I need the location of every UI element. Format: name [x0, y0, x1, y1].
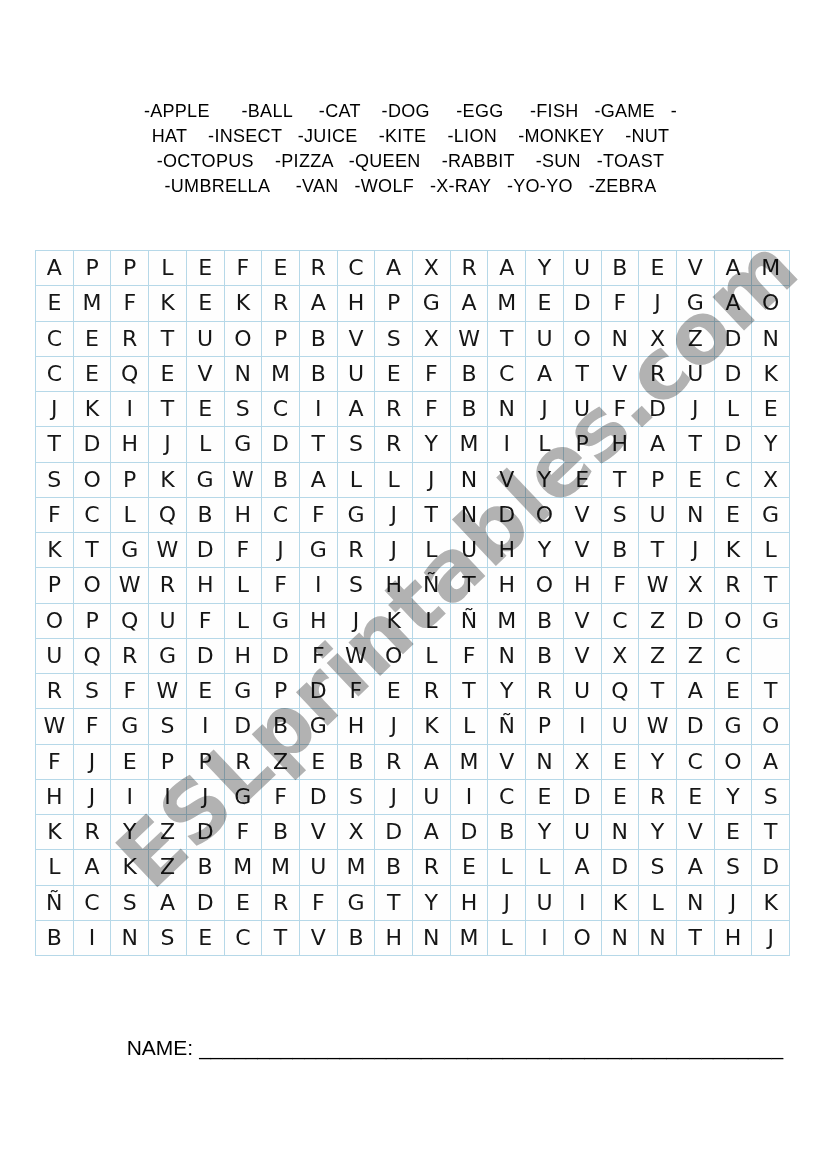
- grid-cell[interactable]: T: [149, 392, 186, 426]
- grid-cell[interactable]: U: [300, 850, 337, 884]
- grid-cell[interactable]: G: [187, 463, 224, 497]
- grid-cell[interactable]: G: [111, 709, 148, 743]
- grid-cell[interactable]: U: [564, 674, 601, 708]
- grid-cell[interactable]: Y: [715, 780, 752, 814]
- grid-cell[interactable]: C: [488, 357, 525, 391]
- grid-cell[interactable]: E: [36, 286, 73, 320]
- grid-cell[interactable]: L: [715, 392, 752, 426]
- grid-cell[interactable]: T: [677, 921, 714, 955]
- grid-cell[interactable]: G: [338, 498, 375, 532]
- grid-cell[interactable]: U: [413, 780, 450, 814]
- grid-cell[interactable]: P: [74, 604, 111, 638]
- grid-cell[interactable]: F: [602, 392, 639, 426]
- grid-cell[interactable]: Q: [111, 604, 148, 638]
- grid-cell[interactable]: N: [225, 357, 262, 391]
- grid-cell[interactable]: E: [149, 357, 186, 391]
- grid-cell[interactable]: D: [187, 886, 224, 920]
- grid-cell[interactable]: P: [262, 322, 299, 356]
- grid-cell[interactable]: Y: [488, 674, 525, 708]
- grid-cell[interactable]: B: [338, 921, 375, 955]
- grid-cell[interactable]: R: [74, 815, 111, 849]
- grid-cell[interactable]: G: [111, 533, 148, 567]
- grid-cell[interactable]: I: [451, 780, 488, 814]
- grid-cell[interactable]: W: [149, 674, 186, 708]
- grid-cell[interactable]: K: [602, 886, 639, 920]
- grid-cell[interactable]: V: [677, 815, 714, 849]
- grid-cell[interactable]: I: [488, 427, 525, 461]
- grid-cell[interactable]: N: [752, 322, 789, 356]
- grid-cell[interactable]: M: [225, 850, 262, 884]
- grid-cell[interactable]: H: [111, 427, 148, 461]
- grid-cell[interactable]: [752, 639, 789, 673]
- grid-cell[interactable]: E: [187, 251, 224, 285]
- grid-cell[interactable]: S: [752, 780, 789, 814]
- grid-cell[interactable]: J: [375, 780, 412, 814]
- grid-cell[interactable]: B: [526, 639, 563, 673]
- grid-cell[interactable]: I: [564, 886, 601, 920]
- grid-cell[interactable]: L: [488, 850, 525, 884]
- grid-cell[interactable]: H: [36, 780, 73, 814]
- grid-cell[interactable]: N: [602, 921, 639, 955]
- grid-cell[interactable]: D: [715, 427, 752, 461]
- grid-cell[interactable]: X: [413, 322, 450, 356]
- grid-cell[interactable]: O: [564, 921, 601, 955]
- grid-cell[interactable]: H: [300, 604, 337, 638]
- grid-cell[interactable]: V: [338, 322, 375, 356]
- grid-cell[interactable]: L: [36, 850, 73, 884]
- grid-cell[interactable]: J: [149, 427, 186, 461]
- grid-cell[interactable]: V: [564, 639, 601, 673]
- grid-cell[interactable]: G: [413, 286, 450, 320]
- grid-cell[interactable]: N: [677, 498, 714, 532]
- grid-cell[interactable]: S: [149, 709, 186, 743]
- grid-cell[interactable]: E: [187, 392, 224, 426]
- grid-cell[interactable]: A: [677, 674, 714, 708]
- grid-cell[interactable]: Z: [149, 850, 186, 884]
- grid-cell[interactable]: M: [74, 286, 111, 320]
- grid-cell[interactable]: F: [111, 674, 148, 708]
- grid-cell[interactable]: F: [262, 780, 299, 814]
- grid-cell[interactable]: Q: [149, 498, 186, 532]
- grid-cell[interactable]: U: [451, 533, 488, 567]
- grid-cell[interactable]: V: [564, 498, 601, 532]
- grid-cell[interactable]: A: [74, 850, 111, 884]
- grid-cell[interactable]: J: [375, 533, 412, 567]
- grid-cell[interactable]: D: [451, 815, 488, 849]
- grid-cell[interactable]: P: [36, 568, 73, 602]
- grid-cell[interactable]: F: [36, 745, 73, 779]
- grid-cell[interactable]: A: [149, 886, 186, 920]
- grid-cell[interactable]: N: [111, 921, 148, 955]
- grid-cell[interactable]: B: [488, 815, 525, 849]
- grid-cell[interactable]: T: [74, 533, 111, 567]
- grid-cell[interactable]: R: [111, 639, 148, 673]
- grid-cell[interactable]: C: [74, 886, 111, 920]
- grid-cell[interactable]: Z: [149, 815, 186, 849]
- grid-cell[interactable]: C: [262, 498, 299, 532]
- grid-cell[interactable]: B: [36, 921, 73, 955]
- grid-cell[interactable]: A: [451, 286, 488, 320]
- grid-cell[interactable]: Ñ: [36, 886, 73, 920]
- grid-cell[interactable]: M: [451, 745, 488, 779]
- grid-cell[interactable]: J: [639, 286, 676, 320]
- grid-cell[interactable]: D: [187, 639, 224, 673]
- grid-cell[interactable]: S: [149, 921, 186, 955]
- grid-cell[interactable]: O: [752, 709, 789, 743]
- grid-cell[interactable]: F: [74, 709, 111, 743]
- grid-cell[interactable]: H: [564, 568, 601, 602]
- grid-cell[interactable]: L: [526, 427, 563, 461]
- grid-cell[interactable]: Z: [677, 322, 714, 356]
- grid-cell[interactable]: W: [111, 568, 148, 602]
- grid-cell[interactable]: G: [149, 639, 186, 673]
- grid-cell[interactable]: P: [262, 674, 299, 708]
- grid-cell[interactable]: B: [262, 709, 299, 743]
- grid-cell[interactable]: U: [677, 357, 714, 391]
- grid-cell[interactable]: Z: [639, 639, 676, 673]
- grid-cell[interactable]: N: [451, 463, 488, 497]
- grid-cell[interactable]: W: [639, 709, 676, 743]
- grid-cell[interactable]: W: [451, 322, 488, 356]
- grid-cell[interactable]: I: [187, 709, 224, 743]
- grid-cell[interactable]: G: [677, 286, 714, 320]
- grid-cell[interactable]: U: [36, 639, 73, 673]
- grid-cell[interactable]: J: [715, 886, 752, 920]
- grid-cell[interactable]: F: [187, 604, 224, 638]
- grid-cell[interactable]: Y: [526, 463, 563, 497]
- grid-cell[interactable]: N: [677, 886, 714, 920]
- grid-cell[interactable]: H: [488, 568, 525, 602]
- grid-cell[interactable]: L: [111, 498, 148, 532]
- grid-cell[interactable]: E: [187, 674, 224, 708]
- grid-cell[interactable]: V: [300, 815, 337, 849]
- grid-cell[interactable]: C: [715, 463, 752, 497]
- grid-cell[interactable]: U: [526, 322, 563, 356]
- grid-cell[interactable]: E: [187, 286, 224, 320]
- grid-cell[interactable]: F: [451, 639, 488, 673]
- grid-cell[interactable]: I: [526, 921, 563, 955]
- grid-cell[interactable]: S: [74, 674, 111, 708]
- grid-cell[interactable]: E: [187, 921, 224, 955]
- grid-cell[interactable]: Y: [639, 745, 676, 779]
- grid-cell[interactable]: D: [639, 392, 676, 426]
- grid-cell[interactable]: J: [74, 780, 111, 814]
- grid-cell[interactable]: I: [149, 780, 186, 814]
- grid-cell[interactable]: R: [451, 251, 488, 285]
- grid-cell[interactable]: B: [300, 357, 337, 391]
- grid-cell[interactable]: B: [338, 745, 375, 779]
- grid-cell[interactable]: K: [149, 286, 186, 320]
- grid-cell[interactable]: E: [602, 780, 639, 814]
- grid-cell[interactable]: I: [300, 568, 337, 602]
- grid-cell[interactable]: C: [715, 639, 752, 673]
- grid-cell[interactable]: D: [715, 357, 752, 391]
- grid-cell[interactable]: O: [225, 322, 262, 356]
- grid-cell[interactable]: I: [111, 392, 148, 426]
- grid-cell[interactable]: H: [375, 921, 412, 955]
- grid-cell[interactable]: Y: [413, 886, 450, 920]
- grid-cell[interactable]: R: [338, 533, 375, 567]
- grid-cell[interactable]: L: [526, 850, 563, 884]
- grid-cell[interactable]: L: [752, 533, 789, 567]
- grid-cell[interactable]: A: [300, 463, 337, 497]
- grid-cell[interactable]: Z: [639, 604, 676, 638]
- grid-cell[interactable]: E: [300, 745, 337, 779]
- grid-cell[interactable]: J: [677, 533, 714, 567]
- grid-cell[interactable]: J: [413, 463, 450, 497]
- grid-cell[interactable]: O: [74, 568, 111, 602]
- grid-cell[interactable]: F: [602, 286, 639, 320]
- grid-cell[interactable]: F: [225, 815, 262, 849]
- grid-cell[interactable]: O: [375, 639, 412, 673]
- grid-cell[interactable]: D: [752, 850, 789, 884]
- grid-cell[interactable]: H: [715, 921, 752, 955]
- grid-cell[interactable]: E: [715, 815, 752, 849]
- grid-cell[interactable]: K: [715, 533, 752, 567]
- grid-cell[interactable]: E: [526, 286, 563, 320]
- grid-cell[interactable]: L: [451, 709, 488, 743]
- grid-cell[interactable]: R: [413, 850, 450, 884]
- grid-cell[interactable]: I: [300, 392, 337, 426]
- grid-cell[interactable]: K: [413, 709, 450, 743]
- grid-cell[interactable]: F: [300, 639, 337, 673]
- grid-cell[interactable]: Y: [752, 427, 789, 461]
- grid-cell[interactable]: F: [413, 357, 450, 391]
- grid-cell[interactable]: A: [36, 251, 73, 285]
- grid-cell[interactable]: C: [338, 251, 375, 285]
- grid-cell[interactable]: E: [111, 745, 148, 779]
- grid-cell[interactable]: F: [225, 533, 262, 567]
- grid-cell[interactable]: T: [752, 568, 789, 602]
- grid-cell[interactable]: E: [451, 850, 488, 884]
- grid-cell[interactable]: U: [187, 322, 224, 356]
- grid-cell[interactable]: E: [677, 780, 714, 814]
- grid-cell[interactable]: G: [752, 498, 789, 532]
- grid-cell[interactable]: D: [715, 322, 752, 356]
- grid-cell[interactable]: R: [413, 674, 450, 708]
- grid-cell[interactable]: S: [225, 392, 262, 426]
- grid-cell[interactable]: V: [488, 745, 525, 779]
- grid-cell[interactable]: J: [526, 392, 563, 426]
- grid-cell[interactable]: F: [262, 568, 299, 602]
- grid-cell[interactable]: M: [451, 921, 488, 955]
- grid-cell[interactable]: A: [564, 850, 601, 884]
- grid-cell[interactable]: F: [300, 498, 337, 532]
- grid-cell[interactable]: U: [149, 604, 186, 638]
- grid-cell[interactable]: K: [36, 533, 73, 567]
- grid-cell[interactable]: R: [375, 427, 412, 461]
- grid-cell[interactable]: D: [564, 780, 601, 814]
- grid-cell[interactable]: W: [149, 533, 186, 567]
- grid-cell[interactable]: D: [187, 815, 224, 849]
- grid-cell[interactable]: K: [375, 604, 412, 638]
- grid-cell[interactable]: S: [715, 850, 752, 884]
- grid-cell[interactable]: B: [526, 604, 563, 638]
- grid-cell[interactable]: E: [74, 357, 111, 391]
- grid-cell[interactable]: V: [602, 357, 639, 391]
- grid-cell[interactable]: S: [338, 780, 375, 814]
- grid-cell[interactable]: T: [300, 427, 337, 461]
- grid-cell[interactable]: O: [526, 568, 563, 602]
- grid-cell[interactable]: R: [715, 568, 752, 602]
- grid-cell[interactable]: C: [225, 921, 262, 955]
- grid-cell[interactable]: O: [715, 745, 752, 779]
- grid-cell[interactable]: R: [262, 286, 299, 320]
- grid-cell[interactable]: J: [187, 780, 224, 814]
- grid-cell[interactable]: J: [488, 886, 525, 920]
- grid-cell[interactable]: A: [300, 286, 337, 320]
- grid-cell[interactable]: L: [225, 604, 262, 638]
- grid-cell[interactable]: A: [639, 427, 676, 461]
- grid-cell[interactable]: E: [74, 322, 111, 356]
- grid-cell[interactable]: T: [36, 427, 73, 461]
- grid-cell[interactable]: U: [338, 357, 375, 391]
- grid-cell[interactable]: X: [338, 815, 375, 849]
- grid-cell[interactable]: M: [262, 850, 299, 884]
- grid-cell[interactable]: L: [413, 533, 450, 567]
- grid-cell[interactable]: P: [639, 463, 676, 497]
- grid-cell[interactable]: S: [36, 463, 73, 497]
- grid-cell[interactable]: J: [262, 533, 299, 567]
- grid-cell[interactable]: R: [300, 251, 337, 285]
- grid-cell[interactable]: X: [564, 745, 601, 779]
- grid-cell[interactable]: T: [413, 498, 450, 532]
- grid-cell[interactable]: F: [111, 286, 148, 320]
- grid-cell[interactable]: E: [602, 745, 639, 779]
- grid-cell[interactable]: H: [375, 568, 412, 602]
- grid-cell[interactable]: B: [187, 498, 224, 532]
- grid-cell[interactable]: T: [752, 815, 789, 849]
- grid-cell[interactable]: Z: [677, 639, 714, 673]
- grid-cell[interactable]: R: [375, 745, 412, 779]
- grid-cell[interactable]: Z: [262, 745, 299, 779]
- grid-cell[interactable]: G: [300, 709, 337, 743]
- grid-cell[interactable]: K: [225, 286, 262, 320]
- grid-cell[interactable]: J: [375, 498, 412, 532]
- grid-cell[interactable]: T: [564, 357, 601, 391]
- grid-cell[interactable]: B: [451, 392, 488, 426]
- grid-cell[interactable]: J: [338, 604, 375, 638]
- grid-cell[interactable]: P: [187, 745, 224, 779]
- grid-cell[interactable]: D: [225, 709, 262, 743]
- grid-cell[interactable]: P: [375, 286, 412, 320]
- grid-cell[interactable]: B: [602, 533, 639, 567]
- grid-cell[interactable]: D: [488, 498, 525, 532]
- grid-cell[interactable]: L: [413, 604, 450, 638]
- grid-cell[interactable]: W: [639, 568, 676, 602]
- grid-cell[interactable]: W: [338, 639, 375, 673]
- grid-cell[interactable]: A: [752, 745, 789, 779]
- grid-cell[interactable]: N: [488, 639, 525, 673]
- grid-cell[interactable]: Q: [602, 674, 639, 708]
- grid-cell[interactable]: H: [225, 639, 262, 673]
- grid-cell[interactable]: X: [602, 639, 639, 673]
- grid-cell[interactable]: T: [375, 886, 412, 920]
- grid-cell[interactable]: T: [451, 674, 488, 708]
- grid-cell[interactable]: L: [225, 568, 262, 602]
- grid-cell[interactable]: D: [262, 639, 299, 673]
- grid-cell[interactable]: X: [639, 322, 676, 356]
- grid-cell[interactable]: V: [564, 533, 601, 567]
- grid-cell[interactable]: V: [187, 357, 224, 391]
- grid-cell[interactable]: F: [300, 886, 337, 920]
- grid-cell[interactable]: E: [375, 674, 412, 708]
- grid-cell[interactable]: J: [677, 392, 714, 426]
- grid-cell[interactable]: N: [413, 921, 450, 955]
- grid-cell[interactable]: K: [74, 392, 111, 426]
- grid-cell[interactable]: Y: [639, 815, 676, 849]
- grid-cell[interactable]: V: [300, 921, 337, 955]
- grid-cell[interactable]: Q: [111, 357, 148, 391]
- grid-cell[interactable]: I: [564, 709, 601, 743]
- grid-cell[interactable]: R: [375, 392, 412, 426]
- grid-cell[interactable]: D: [74, 427, 111, 461]
- grid-cell[interactable]: Ñ: [413, 568, 450, 602]
- grid-cell[interactable]: O: [36, 604, 73, 638]
- grid-cell[interactable]: T: [639, 533, 676, 567]
- grid-cell[interactable]: T: [752, 674, 789, 708]
- grid-cell[interactable]: D: [262, 427, 299, 461]
- grid-cell[interactable]: H: [187, 568, 224, 602]
- grid-cell[interactable]: B: [187, 850, 224, 884]
- grid-cell[interactable]: G: [752, 604, 789, 638]
- grid-cell[interactable]: D: [602, 850, 639, 884]
- grid-cell[interactable]: A: [526, 357, 563, 391]
- grid-cell[interactable]: K: [149, 463, 186, 497]
- grid-cell[interactable]: W: [36, 709, 73, 743]
- grid-cell[interactable]: K: [752, 886, 789, 920]
- grid-cell[interactable]: V: [488, 463, 525, 497]
- grid-cell[interactable]: Y: [526, 533, 563, 567]
- grid-cell[interactable]: O: [74, 463, 111, 497]
- grid-cell[interactable]: P: [74, 251, 111, 285]
- grid-cell[interactable]: U: [564, 392, 601, 426]
- grid-cell[interactable]: N: [526, 745, 563, 779]
- grid-cell[interactable]: E: [375, 357, 412, 391]
- grid-cell[interactable]: C: [74, 498, 111, 532]
- grid-cell[interactable]: T: [639, 674, 676, 708]
- grid-cell[interactable]: C: [262, 392, 299, 426]
- grid-cell[interactable]: A: [488, 251, 525, 285]
- grid-cell[interactable]: Ñ: [488, 709, 525, 743]
- grid-cell[interactable]: B: [602, 251, 639, 285]
- grid-cell[interactable]: R: [639, 780, 676, 814]
- grid-cell[interactable]: T: [149, 322, 186, 356]
- grid-cell[interactable]: E: [262, 251, 299, 285]
- grid-cell[interactable]: M: [488, 604, 525, 638]
- grid-cell[interactable]: S: [375, 322, 412, 356]
- grid-cell[interactable]: H: [338, 286, 375, 320]
- grid-cell[interactable]: E: [225, 886, 262, 920]
- grid-cell[interactable]: E: [715, 674, 752, 708]
- grid-cell[interactable]: M: [262, 357, 299, 391]
- grid-cell[interactable]: X: [677, 568, 714, 602]
- grid-cell[interactable]: K: [36, 815, 73, 849]
- grid-cell[interactable]: S: [602, 498, 639, 532]
- grid-cell[interactable]: I: [111, 780, 148, 814]
- grid-cell[interactable]: D: [300, 780, 337, 814]
- grid-cell[interactable]: I: [74, 921, 111, 955]
- grid-cell[interactable]: S: [639, 850, 676, 884]
- grid-cell[interactable]: L: [413, 639, 450, 673]
- grid-cell[interactable]: Q: [74, 639, 111, 673]
- grid-cell[interactable]: D: [677, 709, 714, 743]
- grid-cell[interactable]: L: [488, 921, 525, 955]
- grid-cell[interactable]: K: [111, 850, 148, 884]
- grid-cell[interactable]: O: [715, 604, 752, 638]
- grid-cell[interactable]: H: [602, 427, 639, 461]
- grid-cell[interactable]: F: [225, 251, 262, 285]
